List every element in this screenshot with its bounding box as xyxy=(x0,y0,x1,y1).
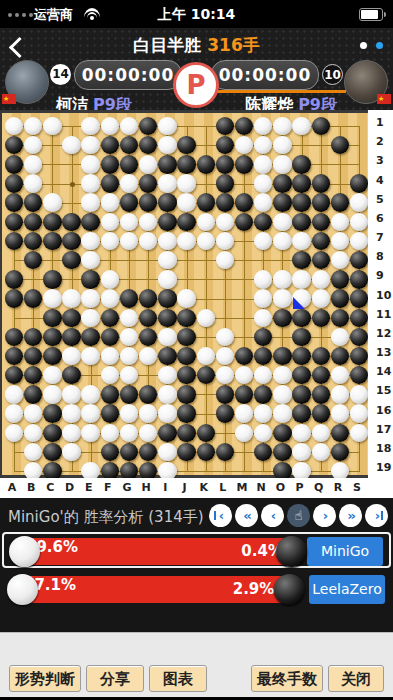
black-stone[interactable] xyxy=(216,155,234,173)
white-stone[interactable] xyxy=(43,366,61,384)
black-stone[interactable] xyxy=(273,174,291,192)
black-stone[interactable] xyxy=(254,443,272,461)
black-stone[interactable] xyxy=(235,385,253,403)
black-stone[interactable] xyxy=(331,289,349,307)
footer-button[interactable]: 形势判断 xyxy=(9,665,81,692)
white-stone[interactable] xyxy=(312,443,330,461)
black-stone[interactable] xyxy=(158,289,176,307)
white-stone[interactable] xyxy=(350,404,368,422)
white-stone[interactable] xyxy=(101,347,119,365)
white-stone[interactable] xyxy=(120,366,138,384)
black-stone[interactable] xyxy=(139,174,157,192)
black-stone[interactable] xyxy=(101,309,119,327)
black-stone[interactable] xyxy=(62,328,80,346)
white-stone[interactable] xyxy=(254,366,272,384)
black-stone[interactable] xyxy=(101,328,119,346)
footer-button[interactable]: 图表 xyxy=(149,665,207,692)
black-stone[interactable] xyxy=(216,404,234,422)
white-stone[interactable] xyxy=(177,289,195,307)
white-stone[interactable] xyxy=(81,155,99,173)
white-stone[interactable] xyxy=(254,424,272,442)
white-stone[interactable] xyxy=(350,193,368,211)
black-stone[interactable] xyxy=(350,309,368,327)
black-stone[interactable] xyxy=(101,443,119,461)
black-stone[interactable] xyxy=(312,193,330,211)
white-stone[interactable] xyxy=(81,136,99,154)
white-stone[interactable] xyxy=(101,232,119,250)
forward-button[interactable]: › xyxy=(313,504,336,527)
white-stone[interactable] xyxy=(235,366,253,384)
black-stone[interactable] xyxy=(216,117,234,135)
white-stone[interactable] xyxy=(158,251,176,269)
black-stone[interactable] xyxy=(158,193,176,211)
black-stone[interactable] xyxy=(197,155,215,173)
white-stone[interactable] xyxy=(158,270,176,288)
white-stone[interactable] xyxy=(43,193,61,211)
black-stone[interactable] xyxy=(312,232,330,250)
black-stone[interactable] xyxy=(197,443,215,461)
white-stone[interactable] xyxy=(158,443,176,461)
black-stone[interactable] xyxy=(5,289,23,307)
back-button[interactable]: ‹ xyxy=(261,504,284,527)
black-stone[interactable] xyxy=(177,328,195,346)
black-stone[interactable] xyxy=(62,251,80,269)
white-stone[interactable] xyxy=(62,136,80,154)
black-stone[interactable] xyxy=(216,174,234,192)
white-stone[interactable] xyxy=(101,289,119,307)
black-stone[interactable] xyxy=(5,174,23,192)
white-stone[interactable] xyxy=(331,404,349,422)
white-stone[interactable] xyxy=(350,213,368,231)
white-stone[interactable] xyxy=(331,328,349,346)
black-stone[interactable] xyxy=(331,347,349,365)
white-stone[interactable] xyxy=(43,117,61,135)
black-stone[interactable] xyxy=(120,155,138,173)
black-stone[interactable] xyxy=(139,385,157,403)
black-stone[interactable] xyxy=(177,443,195,461)
white-stone[interactable] xyxy=(120,174,138,192)
black-stone[interactable] xyxy=(158,309,176,327)
white-stone[interactable] xyxy=(254,174,272,192)
white-stone[interactable] xyxy=(331,251,349,269)
black-stone[interactable] xyxy=(235,155,253,173)
fast-back-button[interactable]: ‹‹ xyxy=(235,504,258,527)
black-stone[interactable] xyxy=(5,232,23,250)
white-stone[interactable] xyxy=(101,117,119,135)
black-stone[interactable] xyxy=(312,117,330,135)
black-stone[interactable] xyxy=(43,328,61,346)
black-stone[interactable] xyxy=(216,385,234,403)
footer-button[interactable]: 分享 xyxy=(86,665,144,692)
white-stone[interactable] xyxy=(292,443,310,461)
white-stone[interactable] xyxy=(43,289,61,307)
white-stone[interactable] xyxy=(350,232,368,250)
engine-button[interactable]: MiniGo xyxy=(307,537,383,566)
white-stone[interactable] xyxy=(216,328,234,346)
black-stone[interactable] xyxy=(139,136,157,154)
white-stone[interactable] xyxy=(216,347,234,365)
black-stone[interactable] xyxy=(292,193,310,211)
black-stone[interactable] xyxy=(24,213,42,231)
white-stone[interactable] xyxy=(254,404,272,422)
black-stone[interactable] xyxy=(120,443,138,461)
black-stone[interactable] xyxy=(292,385,310,403)
white-stone[interactable] xyxy=(331,385,349,403)
white-stone[interactable] xyxy=(273,213,291,231)
white-stone[interactable] xyxy=(312,270,330,288)
white-stone[interactable] xyxy=(254,309,272,327)
black-stone[interactable] xyxy=(101,174,119,192)
black-stone[interactable] xyxy=(235,117,253,135)
black-stone[interactable] xyxy=(24,385,42,403)
black-stone[interactable] xyxy=(273,424,291,442)
white-stone[interactable] xyxy=(62,385,80,403)
white-stone[interactable] xyxy=(81,424,99,442)
white-stone[interactable] xyxy=(273,270,291,288)
black-stone[interactable] xyxy=(139,309,157,327)
black-stone[interactable] xyxy=(273,347,291,365)
black-stone[interactable] xyxy=(101,385,119,403)
black-stone[interactable] xyxy=(216,136,234,154)
white-stone[interactable] xyxy=(158,404,176,422)
white-stone[interactable] xyxy=(273,385,291,403)
hand-tool-button[interactable]: ☝ xyxy=(287,504,310,527)
black-stone[interactable] xyxy=(120,289,138,307)
black-stone[interactable] xyxy=(43,309,61,327)
black-stone[interactable] xyxy=(158,213,176,231)
black-stone[interactable] xyxy=(350,289,368,307)
black-stone[interactable] xyxy=(350,174,368,192)
black-stone[interactable] xyxy=(101,155,119,173)
black-stone[interactable] xyxy=(81,270,99,288)
white-stone[interactable] xyxy=(235,404,253,422)
black-stone[interactable] xyxy=(5,155,23,173)
white-stone[interactable] xyxy=(331,232,349,250)
white-stone[interactable] xyxy=(101,270,119,288)
first-move-button[interactable]: ‹ xyxy=(209,504,232,527)
black-stone[interactable] xyxy=(158,347,176,365)
black-stone[interactable] xyxy=(350,251,368,269)
white-stone[interactable] xyxy=(158,117,176,135)
black-stone[interactable] xyxy=(331,136,349,154)
black-stone[interactable] xyxy=(81,328,99,346)
black-stone[interactable] xyxy=(5,136,23,154)
footer-button[interactable]: 关闭 xyxy=(328,665,384,692)
white-stone[interactable] xyxy=(216,366,234,384)
black-stone[interactable] xyxy=(24,366,42,384)
white-stone[interactable] xyxy=(62,404,80,422)
black-stone[interactable] xyxy=(292,328,310,346)
black-stone[interactable] xyxy=(158,424,176,442)
black-stone[interactable] xyxy=(331,309,349,327)
white-stone[interactable] xyxy=(101,424,119,442)
black-stone[interactable] xyxy=(177,424,195,442)
black-stone[interactable] xyxy=(43,213,61,231)
white-stone[interactable] xyxy=(139,155,157,173)
white-stone[interactable] xyxy=(254,232,272,250)
black-stone[interactable] xyxy=(312,213,330,231)
black-stone[interactable] xyxy=(139,289,157,307)
black-stone[interactable] xyxy=(312,347,330,365)
black-stone[interactable] xyxy=(24,289,42,307)
white-stone[interactable] xyxy=(292,232,310,250)
black-stone[interactable] xyxy=(24,328,42,346)
white-stone[interactable] xyxy=(158,366,176,384)
white-stone[interactable] xyxy=(120,328,138,346)
white-stone[interactable] xyxy=(273,117,291,135)
black-stone[interactable] xyxy=(312,366,330,384)
black-stone[interactable] xyxy=(139,193,157,211)
white-stone[interactable] xyxy=(81,309,99,327)
white-stone[interactable] xyxy=(81,347,99,365)
white-stone[interactable] xyxy=(158,328,176,346)
black-stone[interactable] xyxy=(62,232,80,250)
white-stone[interactable] xyxy=(120,232,138,250)
black-stone[interactable] xyxy=(292,251,310,269)
white-stone[interactable] xyxy=(81,404,99,422)
black-stone[interactable] xyxy=(139,328,157,346)
white-stone[interactable] xyxy=(331,213,349,231)
black-stone[interactable] xyxy=(350,328,368,346)
white-stone[interactable] xyxy=(5,385,23,403)
black-stone[interactable] xyxy=(216,443,234,461)
white-stone[interactable] xyxy=(120,347,138,365)
white-stone[interactable] xyxy=(81,289,99,307)
black-stone[interactable] xyxy=(273,443,291,461)
white-stone[interactable] xyxy=(101,213,119,231)
white-stone[interactable] xyxy=(43,385,61,403)
black-stone[interactable] xyxy=(5,328,23,346)
white-stone[interactable] xyxy=(81,251,99,269)
white-stone[interactable] xyxy=(62,347,80,365)
fast-forward-button[interactable]: ›› xyxy=(339,504,362,527)
black-stone[interactable] xyxy=(177,404,195,422)
white-stone[interactable] xyxy=(273,136,291,154)
white-stone[interactable] xyxy=(120,117,138,135)
black-stone[interactable] xyxy=(331,443,349,461)
black-stone[interactable] xyxy=(24,193,42,211)
white-stone[interactable] xyxy=(254,193,272,211)
black-stone[interactable] xyxy=(350,270,368,288)
white-stone[interactable] xyxy=(24,136,42,154)
white-stone[interactable] xyxy=(81,117,99,135)
black-stone[interactable] xyxy=(312,174,330,192)
black-stone[interactable] xyxy=(43,443,61,461)
white-stone[interactable] xyxy=(254,155,272,173)
black-stone[interactable] xyxy=(292,155,310,173)
white-stone[interactable] xyxy=(24,404,42,422)
black-stone[interactable] xyxy=(350,347,368,365)
white-stone[interactable] xyxy=(62,424,80,442)
black-stone[interactable] xyxy=(235,193,253,211)
white-stone[interactable] xyxy=(197,347,215,365)
black-stone[interactable] xyxy=(81,213,99,231)
white-stone[interactable] xyxy=(216,232,234,250)
black-stone[interactable] xyxy=(254,385,272,403)
winrate-row[interactable]: 2.9%97.1%LeelaZero xyxy=(2,572,391,608)
black-stone[interactable] xyxy=(292,213,310,231)
footer-button[interactable]: 最终手数 xyxy=(251,665,323,692)
white-stone[interactable] xyxy=(235,136,253,154)
white-stone[interactable] xyxy=(139,213,157,231)
black-stone[interactable] xyxy=(43,232,61,250)
black-stone[interactable] xyxy=(331,424,349,442)
white-stone[interactable] xyxy=(292,424,310,442)
white-stone[interactable] xyxy=(158,232,176,250)
white-stone[interactable] xyxy=(312,289,330,307)
white-stone[interactable] xyxy=(273,155,291,173)
white-stone[interactable] xyxy=(331,366,349,384)
black-stone[interactable] xyxy=(177,213,195,231)
black-stone[interactable] xyxy=(254,328,272,346)
white-stone[interactable] xyxy=(5,424,23,442)
white-stone[interactable] xyxy=(120,309,138,327)
black-stone[interactable] xyxy=(62,309,80,327)
black-stone[interactable] xyxy=(292,347,310,365)
white-stone[interactable] xyxy=(273,232,291,250)
white-stone[interactable] xyxy=(312,424,330,442)
black-stone[interactable] xyxy=(101,404,119,422)
white-stone[interactable] xyxy=(216,251,234,269)
black-stone[interactable] xyxy=(331,193,349,211)
white-stone[interactable] xyxy=(5,117,23,135)
black-stone[interactable] xyxy=(235,347,253,365)
black-stone[interactable] xyxy=(273,193,291,211)
black-stone[interactable] xyxy=(24,347,42,365)
black-stone[interactable] xyxy=(120,136,138,154)
white-stone[interactable] xyxy=(81,385,99,403)
black-stone[interactable] xyxy=(177,155,195,173)
black-stone[interactable] xyxy=(197,193,215,211)
white-stone[interactable] xyxy=(350,385,368,403)
black-stone[interactable] xyxy=(43,424,61,442)
winrate-row[interactable]: 0.4%99.6%MiniGo xyxy=(2,532,391,568)
engine-button[interactable]: LeelaZero xyxy=(309,575,385,604)
white-stone[interactable] xyxy=(197,309,215,327)
white-stone[interactable] xyxy=(139,404,157,422)
black-stone[interactable] xyxy=(24,232,42,250)
black-stone[interactable] xyxy=(101,136,119,154)
white-stone[interactable] xyxy=(62,289,80,307)
last-move-button[interactable]: › xyxy=(365,504,388,527)
white-stone[interactable] xyxy=(24,117,42,135)
black-stone[interactable] xyxy=(5,193,23,211)
black-stone[interactable] xyxy=(24,251,42,269)
white-stone[interactable] xyxy=(62,443,80,461)
black-stone[interactable] xyxy=(177,366,195,384)
white-stone[interactable] xyxy=(139,347,157,365)
white-stone[interactable] xyxy=(101,193,119,211)
white-stone[interactable] xyxy=(158,174,176,192)
go-board[interactable] xyxy=(0,110,368,478)
black-stone[interactable] xyxy=(273,309,291,327)
black-stone[interactable] xyxy=(292,174,310,192)
white-stone[interactable] xyxy=(177,232,195,250)
black-stone[interactable] xyxy=(177,347,195,365)
white-stone[interactable] xyxy=(177,193,195,211)
black-stone[interactable] xyxy=(139,117,157,135)
white-stone[interactable] xyxy=(177,174,195,192)
black-stone[interactable] xyxy=(312,251,330,269)
white-stone[interactable] xyxy=(24,443,42,461)
white-stone[interactable] xyxy=(24,424,42,442)
white-stone[interactable] xyxy=(5,404,23,422)
white-stone[interactable] xyxy=(254,117,272,135)
black-stone[interactable] xyxy=(120,193,138,211)
black-stone[interactable] xyxy=(177,385,195,403)
black-stone[interactable] xyxy=(312,385,330,403)
black-stone[interactable] xyxy=(158,155,176,173)
white-stone[interactable] xyxy=(254,289,272,307)
black-stone[interactable] xyxy=(139,443,157,461)
white-stone[interactable] xyxy=(235,424,253,442)
black-stone[interactable] xyxy=(43,404,61,422)
white-stone[interactable] xyxy=(273,366,291,384)
white-stone[interactable] xyxy=(254,270,272,288)
black-stone[interactable] xyxy=(254,213,272,231)
white-stone[interactable] xyxy=(120,424,138,442)
white-stone[interactable] xyxy=(158,136,176,154)
black-stone[interactable] xyxy=(43,270,61,288)
white-stone[interactable] xyxy=(292,117,310,135)
black-stone[interactable] xyxy=(5,366,23,384)
white-stone[interactable] xyxy=(197,232,215,250)
white-stone-icon xyxy=(7,574,38,605)
white-stone[interactable] xyxy=(120,404,138,422)
black-stone[interactable] xyxy=(331,270,349,288)
white-stone[interactable] xyxy=(81,232,99,250)
white-stone[interactable] xyxy=(197,213,215,231)
white-stone[interactable] xyxy=(120,213,138,231)
black-stone[interactable] xyxy=(350,366,368,384)
white-stone[interactable] xyxy=(254,136,272,154)
white-stone[interactable] xyxy=(350,424,368,442)
black-stone[interactable] xyxy=(216,193,234,211)
white-stone[interactable] xyxy=(81,193,99,211)
black-stone[interactable] xyxy=(5,347,23,365)
black-stone[interactable] xyxy=(5,270,23,288)
black-stone[interactable] xyxy=(235,213,253,231)
white-stone[interactable] xyxy=(158,385,176,403)
black-stone[interactable] xyxy=(177,136,195,154)
white-stone[interactable] xyxy=(139,424,157,442)
white-stone[interactable] xyxy=(273,404,291,422)
black-stone[interactable] xyxy=(292,309,310,327)
white-stone[interactable] xyxy=(81,174,99,192)
white-stone[interactable] xyxy=(216,213,234,231)
black-stone[interactable] xyxy=(312,309,330,327)
white-stone[interactable] xyxy=(292,270,310,288)
black-stone[interactable] xyxy=(292,404,310,422)
black-stone[interactable] xyxy=(312,404,330,422)
black-stone[interactable] xyxy=(5,213,23,231)
black-stone[interactable] xyxy=(62,213,80,231)
white-stone[interactable] xyxy=(24,174,42,192)
black-stone[interactable] xyxy=(254,347,272,365)
black-stone[interactable] xyxy=(62,366,80,384)
white-stone[interactable] xyxy=(24,155,42,173)
black-stone[interactable] xyxy=(197,424,215,442)
white-stone[interactable] xyxy=(273,289,291,307)
black-stone[interactable] xyxy=(292,366,310,384)
white-stone[interactable] xyxy=(139,232,157,250)
page-indicator-dots[interactable] xyxy=(360,42,383,49)
black-stone[interactable] xyxy=(120,385,138,403)
white-stone[interactable] xyxy=(101,366,119,384)
black-stone[interactable] xyxy=(197,366,215,384)
black-stone[interactable] xyxy=(177,309,195,327)
black-stone[interactable] xyxy=(43,347,61,365)
